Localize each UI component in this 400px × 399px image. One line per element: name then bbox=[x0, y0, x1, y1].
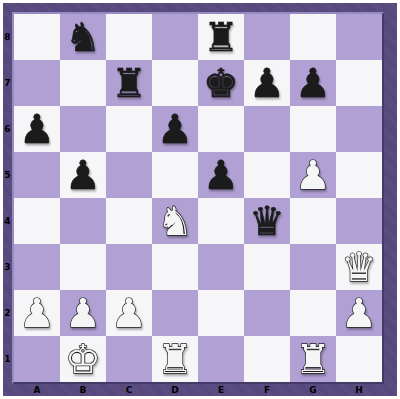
square-h1[interactable] bbox=[336, 336, 382, 382]
piece-white-pawn-g5[interactable]: ♟ bbox=[295, 152, 331, 198]
square-b1[interactable]: ♚ bbox=[60, 336, 106, 382]
piece-black-pawn-f7[interactable]: ♟ bbox=[249, 60, 285, 106]
square-g1[interactable]: ♜ bbox=[290, 336, 336, 382]
square-h4[interactable] bbox=[336, 198, 382, 244]
square-f5[interactable] bbox=[244, 152, 290, 198]
file-label-e: E bbox=[198, 384, 244, 396]
square-b5[interactable]: ♟ bbox=[60, 152, 106, 198]
piece-black-pawn-a6[interactable]: ♟ bbox=[19, 106, 55, 152]
square-c3[interactable] bbox=[106, 244, 152, 290]
rank-label-5: 5 bbox=[3, 152, 12, 198]
piece-white-pawn-b2[interactable]: ♟ bbox=[65, 290, 101, 336]
square-g8[interactable] bbox=[290, 14, 336, 60]
square-e4[interactable] bbox=[198, 198, 244, 244]
square-e6[interactable] bbox=[198, 106, 244, 152]
piece-black-queen-f4[interactable]: ♛ bbox=[249, 198, 285, 244]
square-d1[interactable]: ♜ bbox=[152, 336, 198, 382]
square-g3[interactable] bbox=[290, 244, 336, 290]
square-a2[interactable]: ♟ bbox=[14, 290, 60, 336]
square-g2[interactable] bbox=[290, 290, 336, 336]
square-d4[interactable]: ♞ bbox=[152, 198, 198, 244]
piece-white-queen-h3[interactable]: ♛ bbox=[341, 244, 377, 290]
square-g7[interactable]: ♟ bbox=[290, 60, 336, 106]
square-a4[interactable] bbox=[14, 198, 60, 244]
square-h5[interactable] bbox=[336, 152, 382, 198]
square-a6[interactable]: ♟ bbox=[14, 106, 60, 152]
chessboard: ♞♜♜♚♟♟♟♟♟♟♟♞♛♛♟♟♟♟♚♜♜ bbox=[12, 12, 384, 384]
square-d3[interactable] bbox=[152, 244, 198, 290]
square-f4[interactable]: ♛ bbox=[244, 198, 290, 244]
file-label-b: B bbox=[60, 384, 106, 396]
square-h3[interactable]: ♛ bbox=[336, 244, 382, 290]
square-a1[interactable] bbox=[14, 336, 60, 382]
square-d2[interactable] bbox=[152, 290, 198, 336]
piece-black-rook-c7[interactable]: ♜ bbox=[111, 60, 147, 106]
square-a7[interactable] bbox=[14, 60, 60, 106]
square-b2[interactable]: ♟ bbox=[60, 290, 106, 336]
piece-black-pawn-d6[interactable]: ♟ bbox=[157, 106, 193, 152]
rank-label-2: 2 bbox=[3, 290, 12, 336]
piece-black-knight-b8[interactable]: ♞ bbox=[65, 14, 101, 60]
square-c8[interactable] bbox=[106, 14, 152, 60]
square-f2[interactable] bbox=[244, 290, 290, 336]
square-f3[interactable] bbox=[244, 244, 290, 290]
square-b7[interactable] bbox=[60, 60, 106, 106]
piece-black-pawn-e5[interactable]: ♟ bbox=[203, 152, 239, 198]
square-e7[interactable]: ♚ bbox=[198, 60, 244, 106]
rank-label-7: 7 bbox=[3, 60, 12, 106]
piece-white-pawn-h2[interactable]: ♟ bbox=[341, 290, 377, 336]
piece-black-pawn-g7[interactable]: ♟ bbox=[295, 60, 331, 106]
square-b3[interactable] bbox=[60, 244, 106, 290]
file-labels: ABCDEFGH bbox=[14, 384, 382, 396]
rank-label-4: 4 bbox=[3, 198, 12, 244]
square-a5[interactable] bbox=[14, 152, 60, 198]
rank-labels: 87654321 bbox=[3, 14, 12, 382]
square-b4[interactable] bbox=[60, 198, 106, 244]
piece-black-rook-e8[interactable]: ♜ bbox=[203, 14, 239, 60]
square-e1[interactable] bbox=[198, 336, 244, 382]
piece-white-rook-d1[interactable]: ♜ bbox=[157, 336, 193, 382]
square-c7[interactable]: ♜ bbox=[106, 60, 152, 106]
square-e3[interactable] bbox=[198, 244, 244, 290]
rank-label-3: 3 bbox=[3, 244, 12, 290]
square-c6[interactable] bbox=[106, 106, 152, 152]
square-d5[interactable] bbox=[152, 152, 198, 198]
piece-white-rook-g1[interactable]: ♜ bbox=[295, 336, 331, 382]
rank-label-1: 1 bbox=[3, 336, 12, 382]
file-label-h: H bbox=[336, 384, 382, 396]
square-f1[interactable] bbox=[244, 336, 290, 382]
square-d6[interactable]: ♟ bbox=[152, 106, 198, 152]
board-frame: 87654321 ABCDEFGH ♞♜♜♚♟♟♟♟♟♟♟♞♛♛♟♟♟♟♚♜♜ bbox=[3, 3, 397, 396]
square-c2[interactable]: ♟ bbox=[106, 290, 152, 336]
square-f8[interactable] bbox=[244, 14, 290, 60]
file-label-d: D bbox=[152, 384, 198, 396]
square-f7[interactable]: ♟ bbox=[244, 60, 290, 106]
square-g4[interactable] bbox=[290, 198, 336, 244]
square-h8[interactable] bbox=[336, 14, 382, 60]
piece-black-king-e7[interactable]: ♚ bbox=[203, 60, 239, 106]
piece-white-knight-d4[interactable]: ♞ bbox=[157, 198, 193, 244]
square-a8[interactable] bbox=[14, 14, 60, 60]
piece-white-pawn-a2[interactable]: ♟ bbox=[19, 290, 55, 336]
square-a3[interactable] bbox=[14, 244, 60, 290]
square-e5[interactable]: ♟ bbox=[198, 152, 244, 198]
square-d8[interactable] bbox=[152, 14, 198, 60]
piece-black-pawn-b5[interactable]: ♟ bbox=[65, 152, 101, 198]
square-g6[interactable] bbox=[290, 106, 336, 152]
file-label-a: A bbox=[14, 384, 60, 396]
square-c5[interactable] bbox=[106, 152, 152, 198]
rank-label-6: 6 bbox=[3, 106, 12, 152]
rank-label-8: 8 bbox=[3, 14, 12, 60]
square-b6[interactable] bbox=[60, 106, 106, 152]
square-h2[interactable]: ♟ bbox=[336, 290, 382, 336]
square-h7[interactable] bbox=[336, 60, 382, 106]
file-label-c: C bbox=[106, 384, 152, 396]
file-label-g: G bbox=[290, 384, 336, 396]
piece-white-pawn-c2[interactable]: ♟ bbox=[111, 290, 147, 336]
square-g5[interactable]: ♟ bbox=[290, 152, 336, 198]
piece-white-king-b1[interactable]: ♚ bbox=[65, 336, 101, 382]
square-b8[interactable]: ♞ bbox=[60, 14, 106, 60]
square-e2[interactable] bbox=[198, 290, 244, 336]
square-d7[interactable] bbox=[152, 60, 198, 106]
square-h6[interactable] bbox=[336, 106, 382, 152]
square-c1[interactable] bbox=[106, 336, 152, 382]
chess-diagram: 87654321 ABCDEFGH ♞♜♜♚♟♟♟♟♟♟♟♞♛♛♟♟♟♟♚♜♜ bbox=[0, 0, 400, 399]
square-f6[interactable] bbox=[244, 106, 290, 152]
file-label-f: F bbox=[244, 384, 290, 396]
square-c4[interactable] bbox=[106, 198, 152, 244]
square-e8[interactable]: ♜ bbox=[198, 14, 244, 60]
